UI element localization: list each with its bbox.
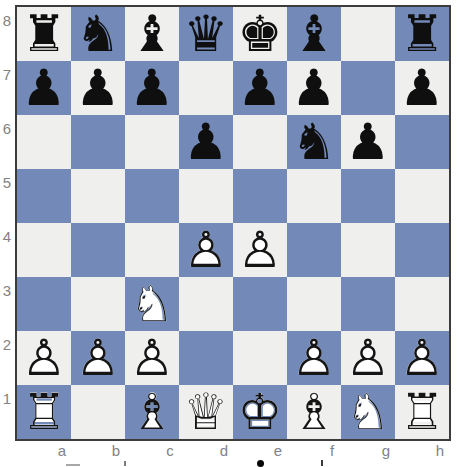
white-bishop[interactable]: ♝♗ [125, 385, 179, 439]
black-queen[interactable]: ♛ [179, 7, 233, 61]
cropped-text-artifact [257, 460, 264, 467]
white-pawn[interactable]: ♟♙ [341, 331, 395, 385]
cropped-text-artifact [66, 464, 80, 466]
square-d6[interactable]: ♟ [179, 115, 233, 169]
square-h7[interactable]: ♟ [395, 61, 449, 115]
rank-label-1: 1 [0, 391, 14, 407]
square-e4[interactable]: ♟♙ [233, 223, 287, 277]
square-a4[interactable] [17, 223, 71, 277]
rank-label-4: 4 [0, 229, 14, 245]
square-e3[interactable] [233, 277, 287, 331]
white-pawn[interactable]: ♟♙ [71, 331, 125, 385]
square-b4[interactable] [71, 223, 125, 277]
black-bishop[interactable]: ♝ [287, 7, 341, 61]
black-pawn[interactable]: ♟ [341, 115, 395, 169]
black-king[interactable]: ♚ [233, 7, 287, 61]
white-rook[interactable]: ♜♖ [395, 385, 449, 439]
square-b6[interactable] [71, 115, 125, 169]
square-b7[interactable]: ♟ [71, 61, 125, 115]
white-pawn[interactable]: ♟♙ [17, 331, 71, 385]
file-label-g: g [359, 443, 413, 459]
square-f2[interactable]: ♟♙ [287, 331, 341, 385]
square-h8[interactable]: ♜ [395, 7, 449, 61]
chess-board-screenshot: ♜♞♝♛♚♝♜♟♟♟♟♟♟♟♞♟♟♙♟♙♞♘♟♙♟♙♟♙♟♙♟♙♟♙♜♖♝♗♛♕… [0, 0, 467, 467]
black-knight[interactable]: ♞ [71, 7, 125, 61]
square-c2[interactable]: ♟♙ [125, 331, 179, 385]
file-label-h: h [413, 443, 467, 459]
square-b8[interactable]: ♞ [71, 7, 125, 61]
square-e7[interactable]: ♟ [233, 61, 287, 115]
black-pawn[interactable]: ♟ [233, 61, 287, 115]
chess-board: ♜♞♝♛♚♝♜♟♟♟♟♟♟♟♞♟♟♙♟♙♞♘♟♙♟♙♟♙♟♙♟♙♟♙♜♖♝♗♛♕… [15, 5, 451, 441]
white-pawn[interactable]: ♟♙ [395, 331, 449, 385]
square-a7[interactable]: ♟ [17, 61, 71, 115]
rank-label-6: 6 [0, 121, 14, 137]
white-pawn[interactable]: ♟♙ [125, 331, 179, 385]
square-c1[interactable]: ♝♗ [125, 385, 179, 439]
square-d2[interactable] [179, 331, 233, 385]
square-b5[interactable] [71, 169, 125, 223]
square-c3[interactable]: ♞♘ [125, 277, 179, 331]
square-a5[interactable] [17, 169, 71, 223]
rank-label-7: 7 [0, 67, 14, 83]
rank-label-3: 3 [0, 283, 14, 299]
black-pawn[interactable]: ♟ [395, 61, 449, 115]
rank-label-8: 8 [0, 13, 14, 29]
black-rook[interactable]: ♜ [17, 7, 71, 61]
square-d5[interactable] [179, 169, 233, 223]
file-label-e: e [251, 443, 305, 459]
black-rook[interactable]: ♜ [395, 7, 449, 61]
square-f4[interactable] [287, 223, 341, 277]
cropped-text-artifact [321, 460, 323, 466]
white-queen[interactable]: ♛♕ [179, 385, 233, 439]
square-f8[interactable]: ♝ [287, 7, 341, 61]
white-rook[interactable]: ♜♖ [17, 385, 71, 439]
square-g4[interactable] [341, 223, 395, 277]
square-g1[interactable]: ♞♘ [341, 385, 395, 439]
file-label-f: f [305, 443, 359, 459]
square-d3[interactable] [179, 277, 233, 331]
square-d1[interactable]: ♛♕ [179, 385, 233, 439]
square-f7[interactable]: ♟ [287, 61, 341, 115]
file-label-b: b [89, 443, 143, 459]
square-e2[interactable] [233, 331, 287, 385]
white-bishop[interactable]: ♝♗ [287, 385, 341, 439]
square-d4[interactable]: ♟♙ [179, 223, 233, 277]
square-g7[interactable] [341, 61, 395, 115]
square-a6[interactable] [17, 115, 71, 169]
square-c4[interactable] [125, 223, 179, 277]
square-h3[interactable] [395, 277, 449, 331]
square-g8[interactable] [341, 7, 395, 61]
square-d8[interactable]: ♛ [179, 7, 233, 61]
black-pawn[interactable]: ♟ [287, 61, 341, 115]
square-h2[interactable]: ♟♙ [395, 331, 449, 385]
square-a1[interactable]: ♜♖ [17, 385, 71, 439]
black-pawn[interactable]: ♟ [17, 61, 71, 115]
black-knight[interactable]: ♞ [287, 115, 341, 169]
black-bishop[interactable]: ♝ [125, 7, 179, 61]
square-c7[interactable]: ♟ [125, 61, 179, 115]
white-pawn[interactable]: ♟♙ [179, 223, 233, 277]
cropped-text-artifact [124, 461, 126, 466]
square-b2[interactable]: ♟♙ [71, 331, 125, 385]
square-d7[interactable] [179, 61, 233, 115]
square-b3[interactable] [71, 277, 125, 331]
square-g3[interactable] [341, 277, 395, 331]
square-h5[interactable] [395, 169, 449, 223]
file-label-d: d [197, 443, 251, 459]
square-e1[interactable]: ♚♔ [233, 385, 287, 439]
rank-label-2: 2 [0, 337, 14, 353]
white-pawn[interactable]: ♟♙ [287, 331, 341, 385]
square-h4[interactable] [395, 223, 449, 277]
white-king[interactable]: ♚♔ [233, 385, 287, 439]
black-pawn[interactable]: ♟ [179, 115, 233, 169]
square-f5[interactable] [287, 169, 341, 223]
white-pawn[interactable]: ♟♙ [233, 223, 287, 277]
square-f1[interactable]: ♝♗ [287, 385, 341, 439]
square-c6[interactable] [125, 115, 179, 169]
square-g5[interactable] [341, 169, 395, 223]
square-a3[interactable] [17, 277, 71, 331]
square-f3[interactable] [287, 277, 341, 331]
square-f6[interactable]: ♞ [287, 115, 341, 169]
square-e8[interactable]: ♚ [233, 7, 287, 61]
white-knight[interactable]: ♞♘ [125, 277, 179, 331]
rank-label-5: 5 [0, 175, 14, 191]
square-b1[interactable] [71, 385, 125, 439]
black-pawn[interactable]: ♟ [125, 61, 179, 115]
square-g2[interactable]: ♟♙ [341, 331, 395, 385]
square-c5[interactable] [125, 169, 179, 223]
square-c8[interactable]: ♝ [125, 7, 179, 61]
black-pawn[interactable]: ♟ [71, 61, 125, 115]
square-h1[interactable]: ♜♖ [395, 385, 449, 439]
file-label-c: c [143, 443, 197, 459]
square-h6[interactable] [395, 115, 449, 169]
file-label-a: a [35, 443, 89, 459]
square-g6[interactable]: ♟ [341, 115, 395, 169]
square-a2[interactable]: ♟♙ [17, 331, 71, 385]
square-a8[interactable]: ♜ [17, 7, 71, 61]
square-e6[interactable] [233, 115, 287, 169]
white-knight[interactable]: ♞♘ [341, 385, 395, 439]
square-e5[interactable] [233, 169, 287, 223]
